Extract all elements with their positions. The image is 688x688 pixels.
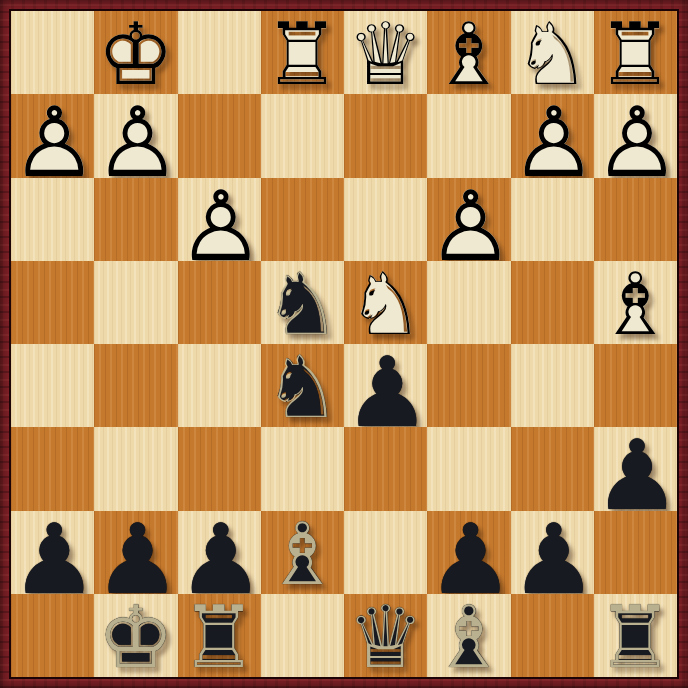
black-pawn-icon-d5: ♟ (344, 344, 427, 427)
piece-outline-glyph: ♖ (597, 594, 674, 680)
square-f3[interactable]: ♟♙ (178, 178, 261, 261)
square-e5[interactable]: ♞♘ (261, 344, 344, 427)
piece-fill-glyph: ♜ (597, 594, 674, 680)
piece-outline-glyph: ♕ (347, 594, 424, 680)
white-pawn-icon-a2: ♟♙ (594, 94, 677, 177)
square-b2[interactable]: ♟♙ (511, 94, 594, 177)
square-d3[interactable] (344, 178, 427, 261)
square-d4[interactable]: ♞♘ (344, 261, 427, 344)
square-h5[interactable] (11, 344, 94, 427)
square-d7[interactable] (344, 511, 427, 594)
white-rook-icon-a1: ♜♖ (594, 11, 677, 94)
piece-fill-glyph: ♞ (264, 344, 341, 430)
square-h7[interactable]: ♟ (11, 511, 94, 594)
square-a7[interactable] (594, 511, 677, 594)
piece-fill-glyph: ♜ (181, 594, 258, 680)
square-f8[interactable]: ♜♖ (178, 594, 261, 677)
white-knight-icon-b1: ♞♘ (511, 11, 594, 94)
black-rook-icon-a8: ♜♖ (594, 594, 677, 677)
square-b1[interactable]: ♞♘ (511, 11, 594, 94)
chess-board: ♚♔♜♖♛♕♝♗♞♘♜♖♟♙♟♙♟♙♟♙♟♙♟♙♞♘♞♘♝♗♞♘♟♟♟♟♟♝♗♟… (9, 9, 679, 679)
square-g3[interactable] (94, 178, 177, 261)
black-pawn-icon-a6: ♟ (594, 427, 677, 510)
square-g4[interactable] (94, 261, 177, 344)
piece-fill-glyph: ♚ (97, 594, 174, 680)
square-f6[interactable] (178, 427, 261, 510)
square-a6[interactable]: ♟ (594, 427, 677, 510)
white-pawn-icon-h2: ♟♙ (11, 94, 94, 177)
piece-outline-glyph: ♘ (264, 344, 341, 430)
piece-fill-glyph: ♞ (347, 261, 424, 347)
square-a8[interactable]: ♜♖ (594, 594, 677, 677)
square-e3[interactable] (261, 178, 344, 261)
square-f2[interactable] (178, 94, 261, 177)
square-a4[interactable]: ♝♗ (594, 261, 677, 344)
square-b8[interactable] (511, 594, 594, 677)
piece-outline-glyph: ♘ (347, 261, 424, 347)
piece-outline-glyph: ♔ (97, 11, 174, 97)
piece-fill-glyph: ♛ (347, 11, 424, 97)
square-c5[interactable] (427, 344, 510, 427)
black-pawn-icon-g7: ♟ (94, 511, 177, 594)
white-rook-icon-e1: ♜♖ (261, 11, 344, 94)
square-c1[interactable]: ♝♗ (427, 11, 510, 94)
square-d2[interactable] (344, 94, 427, 177)
piece-fill-glyph: ♜ (264, 11, 341, 97)
piece-outline-glyph: ♗ (430, 11, 507, 97)
piece-fill-glyph: ♝ (430, 594, 507, 680)
white-pawn-icon-f3: ♟♙ (178, 178, 261, 261)
white-pawn-icon-c3: ♟♙ (427, 178, 510, 261)
square-e1[interactable]: ♜♖ (261, 11, 344, 94)
square-h8[interactable] (11, 594, 94, 677)
square-e8[interactable] (261, 594, 344, 677)
piece-fill-glyph: ♞ (514, 11, 591, 97)
white-king-icon-g1: ♚♔ (94, 11, 177, 94)
black-bishop-icon-c8: ♝♗ (427, 594, 510, 677)
piece-outline-glyph: ♔ (97, 594, 174, 680)
piece-fill-glyph: ♜ (597, 11, 674, 97)
square-d1[interactable]: ♛♕ (344, 11, 427, 94)
square-e6[interactable] (261, 427, 344, 510)
piece-fill-glyph: ♛ (347, 594, 424, 680)
square-f7[interactable]: ♟ (178, 511, 261, 594)
black-rook-icon-f8: ♜♖ (178, 594, 261, 677)
black-knight-icon-e5: ♞♘ (261, 344, 344, 427)
piece-fill-glyph: ♝ (597, 261, 674, 347)
square-d8[interactable]: ♛♕ (344, 594, 427, 677)
square-c2[interactable] (427, 94, 510, 177)
black-bishop-icon-e7: ♝♗ (261, 511, 344, 594)
square-h3[interactable] (11, 178, 94, 261)
white-queen-icon-d1: ♛♕ (344, 11, 427, 94)
square-f1[interactable] (178, 11, 261, 94)
square-h2[interactable]: ♟♙ (11, 94, 94, 177)
square-e4[interactable]: ♞♘ (261, 261, 344, 344)
square-h4[interactable] (11, 261, 94, 344)
square-a3[interactable] (594, 178, 677, 261)
square-g1[interactable]: ♚♔ (94, 11, 177, 94)
white-pawn-icon-g2: ♟♙ (94, 94, 177, 177)
square-c4[interactable] (427, 261, 510, 344)
white-knight-icon-d4: ♞♘ (344, 261, 427, 344)
square-g6[interactable] (94, 427, 177, 510)
square-c6[interactable] (427, 427, 510, 510)
piece-outline-glyph: ♖ (264, 11, 341, 97)
square-b3[interactable] (511, 178, 594, 261)
piece-outline-glyph: ♕ (347, 11, 424, 97)
square-e2[interactable] (261, 94, 344, 177)
square-a5[interactable] (594, 344, 677, 427)
square-g5[interactable] (94, 344, 177, 427)
square-d6[interactable] (344, 427, 427, 510)
square-c7[interactable]: ♟ (427, 511, 510, 594)
black-pawn-icon-h7: ♟ (11, 511, 94, 594)
square-c3[interactable]: ♟♙ (427, 178, 510, 261)
piece-outline-glyph: ♖ (181, 594, 258, 680)
black-pawn-icon-b7: ♟ (511, 511, 594, 594)
piece-fill-glyph: ♚ (97, 11, 174, 97)
piece-fill-glyph: ♞ (264, 261, 341, 347)
square-g2[interactable]: ♟♙ (94, 94, 177, 177)
black-queen-icon-d8: ♛♕ (344, 594, 427, 677)
piece-outline-glyph: ♘ (264, 261, 341, 347)
piece-outline-glyph: ♗ (264, 511, 341, 597)
piece-outline-glyph: ♘ (514, 11, 591, 97)
piece-outline-glyph: ♖ (597, 11, 674, 97)
square-f4[interactable] (178, 261, 261, 344)
square-f5[interactable] (178, 344, 261, 427)
black-king-icon-g8: ♚♔ (94, 594, 177, 677)
piece-fill-glyph: ♝ (264, 511, 341, 597)
square-g7[interactable]: ♟ (94, 511, 177, 594)
black-pawn-icon-c7: ♟ (427, 511, 510, 594)
square-b5[interactable] (511, 344, 594, 427)
black-knight-icon-e4: ♞♘ (261, 261, 344, 344)
square-d5[interactable]: ♟ (344, 344, 427, 427)
white-bishop-icon-a4: ♝♗ (594, 261, 677, 344)
square-c8[interactable]: ♝♗ (427, 594, 510, 677)
square-b4[interactable] (511, 261, 594, 344)
square-b6[interactable] (511, 427, 594, 510)
square-h1[interactable] (11, 11, 94, 94)
white-pawn-icon-b2: ♟♙ (511, 94, 594, 177)
square-h6[interactable] (11, 427, 94, 510)
square-a1[interactable]: ♜♖ (594, 11, 677, 94)
square-g8[interactable]: ♚♔ (94, 594, 177, 677)
board-frame: ♚♔♜♖♛♕♝♗♞♘♜♖♟♙♟♙♟♙♟♙♟♙♟♙♞♘♞♘♝♗♞♘♟♟♟♟♟♝♗♟… (0, 0, 688, 688)
square-b7[interactable]: ♟ (511, 511, 594, 594)
piece-fill-glyph: ♝ (430, 11, 507, 97)
black-pawn-icon-f7: ♟ (178, 511, 261, 594)
square-a2[interactable]: ♟♙ (594, 94, 677, 177)
white-bishop-icon-c1: ♝♗ (427, 11, 510, 94)
piece-outline-glyph: ♗ (430, 594, 507, 680)
piece-outline-glyph: ♗ (597, 261, 674, 347)
square-e7[interactable]: ♝♗ (261, 511, 344, 594)
